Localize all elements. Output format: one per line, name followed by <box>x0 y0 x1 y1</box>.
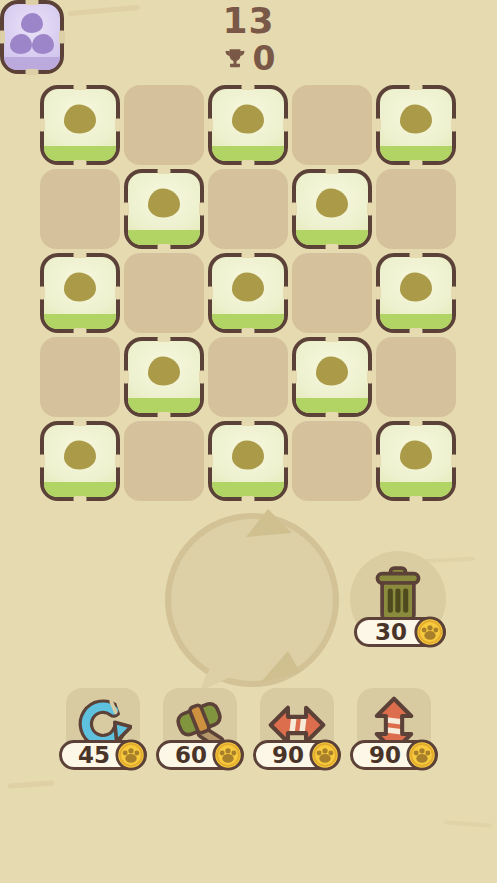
cell-r3c3-avocado[interactable] <box>208 253 288 333</box>
tile-notch <box>74 328 87 334</box>
tile-notch <box>283 119 289 132</box>
tile-shadow-strip <box>212 482 284 497</box>
tile-notch <box>326 336 339 342</box>
tile-notch <box>74 84 87 90</box>
hammer-cost-pill: 60 <box>156 740 244 770</box>
avocado-pit <box>232 273 264 302</box>
avocado-tile <box>40 253 120 333</box>
tile-notch <box>39 455 45 468</box>
avocado-pit <box>148 189 180 218</box>
game-screen: 13 0 <box>0 0 497 883</box>
swap-horizontal-cost-pill: 90 <box>253 740 341 770</box>
paw-coin-icon <box>413 615 447 649</box>
tile-notch <box>451 455 457 468</box>
cell-r5c3-avocado[interactable] <box>208 421 288 501</box>
tile-notch <box>74 160 87 166</box>
cell-r2c1-empty[interactable] <box>40 169 120 249</box>
tile-notch <box>326 168 339 174</box>
avocado-tile <box>208 421 288 501</box>
cell-r5c2-empty[interactable] <box>124 421 204 501</box>
cell-r1c2-empty[interactable] <box>124 85 204 165</box>
tile-notch <box>74 420 87 426</box>
score-value: 13 <box>0 0 497 42</box>
tile-notch <box>283 287 289 300</box>
cell-r3c2-empty[interactable] <box>124 253 204 333</box>
tile-notch <box>367 203 373 216</box>
cell-r5c1-avocado[interactable] <box>40 421 120 501</box>
trophy-count: 0 <box>253 42 276 76</box>
tile-notch <box>451 287 457 300</box>
tile-notch <box>123 371 129 384</box>
tile-shadow-strip <box>296 398 368 413</box>
cell-r1c1-avocado[interactable] <box>40 85 120 165</box>
tile-shadow-strip <box>212 314 284 329</box>
tile-notch <box>158 244 171 250</box>
cell-r2c3-empty[interactable] <box>208 169 288 249</box>
avocado-pit <box>232 441 264 470</box>
tile-notch <box>242 84 255 90</box>
avocado-pit <box>400 105 432 134</box>
board <box>40 85 456 501</box>
next-piece[interactable] <box>0 0 64 74</box>
avocado-tile <box>124 337 204 417</box>
avocado-pit <box>316 189 348 218</box>
tile-notch <box>410 496 423 502</box>
piece-dot <box>10 34 32 54</box>
cell-r1c4-empty[interactable] <box>292 85 372 165</box>
avocado-tile <box>376 421 456 501</box>
tile-notch <box>326 244 339 250</box>
hammer-tool-button[interactable]: 60 <box>163 688 237 770</box>
avocado-tile <box>292 169 372 249</box>
tile-notch <box>410 84 423 90</box>
tile-shadow-strip <box>212 146 284 161</box>
paw-coin-icon <box>308 738 342 772</box>
bubble-tail <box>200 650 258 691</box>
avocado-tile <box>208 253 288 333</box>
cell-r2c4-avocado[interactable] <box>292 169 372 249</box>
paw-coin-icon <box>114 738 148 772</box>
tile-shadow-strip <box>44 314 116 329</box>
tile-notch <box>115 119 121 132</box>
cell-r4c2-avocado[interactable] <box>124 337 204 417</box>
cell-r3c4-empty[interactable] <box>292 253 372 333</box>
cell-r4c3-empty[interactable] <box>208 337 288 417</box>
tile-notch <box>410 420 423 426</box>
paw-coin-icon <box>211 738 245 772</box>
tile-notch <box>410 160 423 166</box>
tile-notch <box>283 455 289 468</box>
avocado-pit <box>316 357 348 386</box>
avocado-pit <box>148 357 180 386</box>
tile-notch <box>367 371 373 384</box>
tile-notch <box>26 69 39 75</box>
tile-shadow-strip <box>380 482 452 497</box>
tile-notch <box>242 328 255 334</box>
tile-notch <box>39 287 45 300</box>
tile-notch <box>158 412 171 418</box>
tile-shadow-strip <box>128 398 200 413</box>
trash-tool-button[interactable]: 30 <box>350 551 446 651</box>
piece-dot <box>32 34 54 54</box>
swap-horizontal-tool-button[interactable]: 90 <box>260 688 334 770</box>
tile-notch <box>410 328 423 334</box>
paw-coin-icon <box>405 738 439 772</box>
tile-notch <box>242 160 255 166</box>
avocado-pit <box>400 273 432 302</box>
tile-shadow-strip <box>44 482 116 497</box>
undo-cost-pill: 45 <box>59 740 147 770</box>
tile-shadow-strip <box>128 230 200 245</box>
tile-notch <box>410 252 423 258</box>
piece-dot <box>21 13 43 33</box>
tile-shadow-strip <box>44 146 116 161</box>
avocado-tile <box>208 85 288 165</box>
avocado-tile <box>40 85 120 165</box>
cell-r3c1-avocado[interactable] <box>40 253 120 333</box>
avocado-pit <box>232 105 264 134</box>
cycle-arrowhead-bottom <box>260 651 300 683</box>
tile-notch <box>59 31 65 44</box>
avocado-tile <box>40 421 120 501</box>
tile-notch <box>375 119 381 132</box>
avocado-tile <box>376 85 456 165</box>
tile-notch <box>207 455 213 468</box>
tile-notch <box>115 455 121 468</box>
cycle-arrowhead-top <box>246 509 292 537</box>
tile-notch <box>451 119 457 132</box>
tile-notch <box>375 455 381 468</box>
background-scratch <box>444 820 492 827</box>
trophy-row: 0 <box>0 42 497 76</box>
tile-notch <box>326 412 339 418</box>
cell-r4c5-empty[interactable] <box>376 337 456 417</box>
cell-r5c4-empty[interactable] <box>292 421 372 501</box>
trash-cost-pill: 30 <box>354 617 446 647</box>
tile-notch <box>375 287 381 300</box>
tile-notch <box>291 203 297 216</box>
tile-notch <box>199 203 205 216</box>
tile-notch <box>207 287 213 300</box>
tile-notch <box>242 252 255 258</box>
tile-notch <box>74 252 87 258</box>
tile-shadow-strip <box>380 146 452 161</box>
cell-r3c5-avocado[interactable] <box>376 253 456 333</box>
cell-r4c4-avocado[interactable] <box>292 337 372 417</box>
tile-notch <box>26 0 39 5</box>
cell-r4c1-empty[interactable] <box>40 337 120 417</box>
tile-notch <box>158 168 171 174</box>
cell-r2c5-empty[interactable] <box>376 169 456 249</box>
tile-notch <box>0 31 5 44</box>
cell-r2c2-avocado[interactable] <box>124 169 204 249</box>
avocado-tile <box>292 337 372 417</box>
cell-r5c5-avocado[interactable] <box>376 421 456 501</box>
swap-vertical-cost-pill: 90 <box>350 740 438 770</box>
avocado-pit <box>64 105 96 134</box>
tile-notch <box>123 203 129 216</box>
toolbar: 45 60 <box>0 688 497 770</box>
spawn-circle-ring <box>142 505 362 705</box>
tile-shadow-strip <box>380 314 452 329</box>
trophy-icon <box>222 46 248 72</box>
tile-notch <box>39 119 45 132</box>
tile-notch <box>199 371 205 384</box>
tile-notch <box>242 496 255 502</box>
avocado-pit <box>64 273 96 302</box>
tile-shadow-strip <box>296 230 368 245</box>
swap-vertical-tool-button[interactable]: 90 <box>357 688 431 770</box>
avocado-pit <box>400 441 432 470</box>
avocado-pit <box>64 441 96 470</box>
tile-notch <box>291 371 297 384</box>
tile-notch <box>74 496 87 502</box>
score-header: 13 0 <box>0 0 497 76</box>
avocado-tile <box>376 253 456 333</box>
tile-notch <box>207 119 213 132</box>
undo-tool-button[interactable]: 45 <box>66 688 140 770</box>
background-scratch <box>8 780 54 788</box>
tile-notch <box>115 287 121 300</box>
cell-r1c5-avocado[interactable] <box>376 85 456 165</box>
avocado-tile <box>124 169 204 249</box>
tile-notch <box>242 420 255 426</box>
tile-notch <box>158 336 171 342</box>
cell-r1c3-avocado[interactable] <box>208 85 288 165</box>
